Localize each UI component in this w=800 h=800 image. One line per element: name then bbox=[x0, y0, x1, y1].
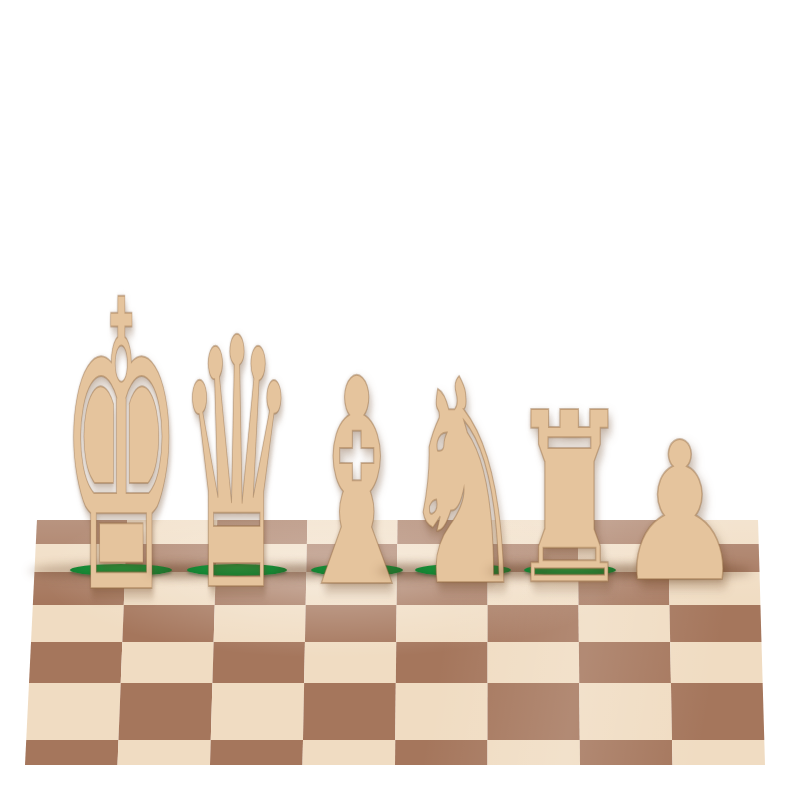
queen-glyph: ♛ bbox=[178, 294, 296, 639]
king-glyph: ♚ bbox=[60, 250, 182, 650]
pawn-glyph: ♟ bbox=[616, 417, 745, 609]
knight-glyph: ♞ bbox=[400, 344, 527, 626]
rook-glyph: ♜ bbox=[509, 382, 632, 618]
product-photo-canvas: ♚♚♛♛♝♝♞♞♜♜♟♟ bbox=[0, 0, 800, 800]
pieces-layer: ♚♚♛♛♝♝♞♞♜♜♟♟ bbox=[0, 0, 800, 800]
